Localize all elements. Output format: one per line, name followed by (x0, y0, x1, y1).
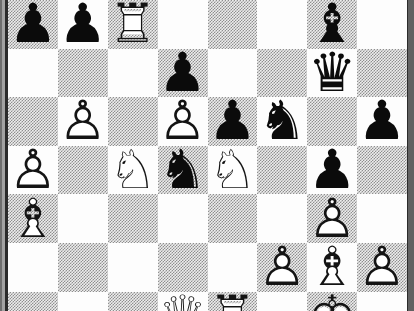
black-pawn-a7: ♟ (9, 0, 57, 51)
square-b7: ♟ (58, 0, 108, 49)
square-e3 (208, 194, 258, 243)
black-pawn-h5: ♟ (358, 94, 406, 148)
white-queen-d1: ♛♕ (158, 289, 206, 311)
board-right-border (407, 0, 414, 311)
white-rook-e1: ♜♖ (208, 289, 256, 311)
square-h1 (357, 292, 407, 311)
black-queen-g6: ♛ (308, 46, 356, 100)
square-b5: ♟♙ (58, 97, 108, 146)
square-a7: ♟ (8, 0, 58, 49)
square-a3: ♝♗ (8, 194, 58, 243)
square-g6: ♛ (307, 49, 357, 98)
board-frame: ♟♟♜♖♝♟♛♟♙♟♙♟♞♟♟♙♞♘♞♞♘♟♝♗♟♙♟♙♝♗♟♙♛♕♜♖♚♔ (0, 0, 414, 311)
square-d1: ♛♕ (158, 292, 208, 311)
white-knight-e4: ♞♘ (208, 143, 256, 197)
white-knight-c4: ♞♘ (108, 143, 156, 197)
square-f5: ♞ (257, 97, 307, 146)
square-c6 (108, 49, 158, 98)
square-b2 (58, 243, 108, 292)
square-g1: ♚♔ (307, 292, 357, 311)
square-d4: ♞ (158, 146, 208, 195)
square-d3 (158, 194, 208, 243)
white-rook-c7: ♜♖ (108, 0, 156, 51)
square-f4 (257, 146, 307, 195)
square-h2: ♟♙ (357, 243, 407, 292)
black-knight-d4: ♞ (158, 143, 206, 197)
square-c4: ♞♘ (108, 146, 158, 195)
square-e1: ♜♖ (208, 292, 258, 311)
square-f1 (257, 292, 307, 311)
white-bishop-a3: ♝♗ (9, 192, 57, 246)
square-e7 (208, 0, 258, 49)
square-b4 (58, 146, 108, 195)
square-h7 (357, 0, 407, 49)
square-b1 (58, 292, 108, 311)
square-a2 (8, 243, 58, 292)
chess-diagram: ♟♟♜♖♝♟♛♟♙♟♙♟♞♟♟♙♞♘♞♞♘♟♝♗♟♙♟♙♝♗♟♙♛♕♜♖♚♔ (0, 0, 414, 311)
white-king-g1: ♚♔ (308, 289, 356, 311)
white-pawn-b5: ♟♙ (59, 94, 107, 148)
white-pawn-f2: ♟♙ (258, 240, 306, 294)
square-c7: ♜♖ (108, 0, 158, 49)
square-h4 (357, 146, 407, 195)
square-f2: ♟♙ (257, 243, 307, 292)
board-left-border (0, 0, 8, 311)
square-a6 (8, 49, 58, 98)
square-c1 (108, 292, 158, 311)
black-pawn-b7: ♟ (59, 0, 107, 51)
square-f7 (257, 0, 307, 49)
white-pawn-h2: ♟♙ (358, 240, 406, 294)
square-h5: ♟ (357, 97, 407, 146)
black-knight-f5: ♞ (258, 94, 306, 148)
square-a1 (8, 292, 58, 311)
chess-board: ♟♟♜♖♝♟♛♟♙♟♙♟♞♟♟♙♞♘♞♞♘♟♝♗♟♙♟♙♝♗♟♙♛♕♜♖♚♔ (8, 0, 407, 311)
square-e4: ♞♘ (208, 146, 258, 195)
square-c3 (108, 194, 158, 243)
square-c2 (108, 243, 158, 292)
square-b3 (58, 194, 108, 243)
